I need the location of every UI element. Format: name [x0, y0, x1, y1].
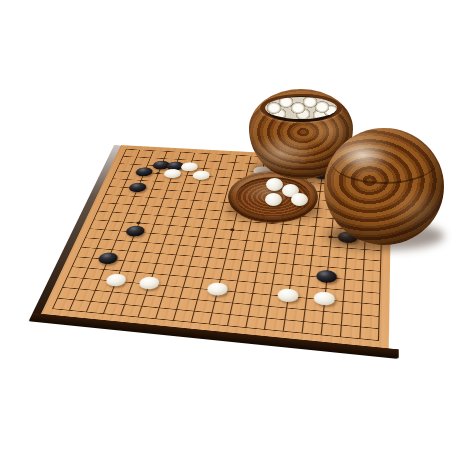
- grid-cell: [301, 321, 321, 335]
- open-bowl-rim: [260, 94, 342, 122]
- closed-bowl-highlight: [340, 142, 386, 168]
- grid-cell: [321, 323, 341, 337]
- grid-cell: [340, 325, 360, 339]
- grid-cell: [283, 319, 303, 333]
- grid-cell: [359, 327, 379, 341]
- white-stone-on-lid: [265, 193, 282, 206]
- product-photo-stage: [0, 0, 458, 458]
- grid-cell: [264, 318, 285, 332]
- grid-cell: [245, 316, 266, 330]
- white-stone-on-lid: [266, 178, 283, 191]
- closed-stone-bowl: [324, 128, 444, 245]
- white-stone-on-lid: [291, 193, 308, 206]
- white-stones-heap: [265, 97, 337, 119]
